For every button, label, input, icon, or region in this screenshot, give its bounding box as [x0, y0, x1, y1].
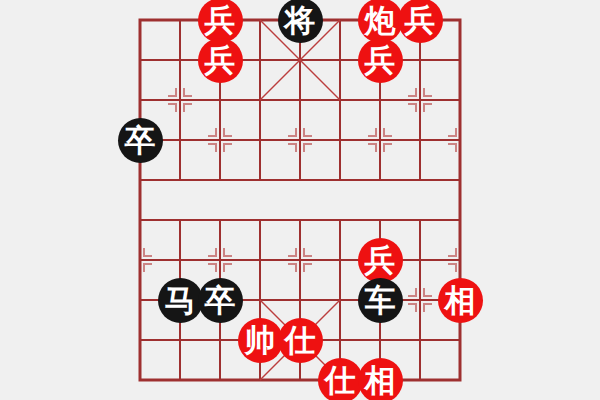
piece-red-soldier[interactable]: 兵: [358, 238, 403, 283]
piece-black-horse[interactable]: 马: [158, 278, 203, 323]
piece-red-elephant[interactable]: 相: [438, 278, 483, 323]
piece-red-soldier[interactable]: 兵: [398, 0, 443, 43]
piece-red-advisor[interactable]: 仕: [318, 358, 363, 400]
piece-red-soldier[interactable]: 兵: [358, 38, 403, 83]
piece-black-chariot[interactable]: 车: [358, 278, 403, 323]
piece-black-general[interactable]: 将: [278, 0, 323, 43]
piece-layer[interactable]: 兵将炮兵兵兵卒兵马卒车相帅仕仕相: [120, 0, 480, 400]
piece-red-advisor[interactable]: 仕: [278, 318, 323, 363]
piece-red-general[interactable]: 帅: [238, 318, 283, 363]
piece-red-cannon[interactable]: 炮: [358, 0, 403, 43]
piece-red-elephant[interactable]: 相: [358, 358, 403, 400]
piece-black-soldier[interactable]: 卒: [198, 278, 243, 323]
xiangqi-board[interactable]: 兵将炮兵兵兵卒兵马卒车相帅仕仕相: [0, 0, 600, 400]
piece-red-soldier[interactable]: 兵: [198, 38, 243, 83]
piece-black-soldier[interactable]: 卒: [118, 118, 163, 163]
piece-red-soldier[interactable]: 兵: [198, 0, 243, 43]
